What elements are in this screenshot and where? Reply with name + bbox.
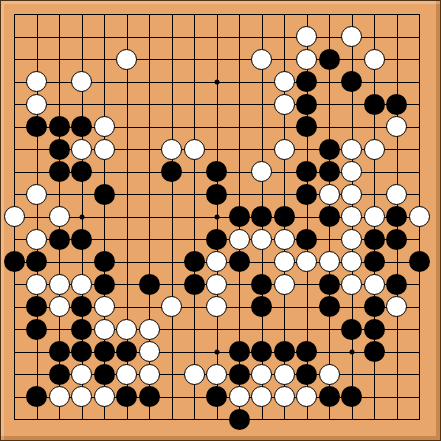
black-stone[interactable]: [49, 229, 70, 250]
white-stone[interactable]: [341, 139, 362, 160]
black-stone[interactable]: [49, 364, 70, 385]
white-stone[interactable]: [26, 71, 47, 92]
black-stone[interactable]: [206, 184, 227, 205]
white-stone[interactable]: [341, 161, 362, 182]
white-stone[interactable]: [319, 364, 340, 385]
white-stone[interactable]: [139, 319, 160, 340]
white-stone[interactable]: [94, 296, 115, 317]
white-stone[interactable]: [296, 49, 317, 70]
black-stone[interactable]: [94, 251, 115, 272]
white-stone[interactable]: [274, 386, 295, 407]
black-stone[interactable]: [274, 206, 295, 227]
white-stone[interactable]: [71, 386, 92, 407]
black-stone[interactable]: [274, 341, 295, 362]
white-stone[interactable]: [319, 251, 340, 272]
go-app: [0, 0, 441, 441]
black-stone[interactable]: [71, 229, 92, 250]
black-stone[interactable]: [49, 116, 70, 137]
black-stone[interactable]: [296, 116, 317, 137]
white-stone[interactable]: [341, 26, 362, 47]
white-stone[interactable]: [251, 161, 272, 182]
white-stone[interactable]: [341, 229, 362, 250]
black-stone[interactable]: [296, 184, 317, 205]
black-stone[interactable]: [206, 386, 227, 407]
black-stone[interactable]: [4, 251, 25, 272]
white-stone[interactable]: [184, 364, 205, 385]
black-stone[interactable]: [319, 161, 340, 182]
black-stone[interactable]: [49, 341, 70, 362]
black-stone[interactable]: [296, 161, 317, 182]
black-stone[interactable]: [71, 116, 92, 137]
black-stone[interactable]: [319, 139, 340, 160]
white-stone[interactable]: [94, 386, 115, 407]
white-stone[interactable]: [139, 364, 160, 385]
black-stone[interactable]: [26, 386, 47, 407]
black-stone[interactable]: [49, 161, 70, 182]
white-stone[interactable]: [49, 386, 70, 407]
white-stone[interactable]: [161, 296, 182, 317]
white-stone[interactable]: [26, 184, 47, 205]
white-stone[interactable]: [274, 251, 295, 272]
black-stone[interactable]: [319, 274, 340, 295]
white-stone[interactable]: [49, 296, 70, 317]
white-stone[interactable]: [49, 274, 70, 295]
black-stone[interactable]: [364, 251, 385, 272]
black-stone[interactable]: [26, 116, 47, 137]
white-stone[interactable]: [4, 206, 25, 227]
white-stone[interactable]: [94, 116, 115, 137]
white-stone[interactable]: [364, 206, 385, 227]
white-stone[interactable]: [251, 229, 272, 250]
white-stone[interactable]: [229, 229, 250, 250]
white-stone[interactable]: [206, 296, 227, 317]
black-stone[interactable]: [26, 296, 47, 317]
black-stone[interactable]: [71, 341, 92, 362]
black-stone[interactable]: [139, 386, 160, 407]
black-stone[interactable]: [161, 161, 182, 182]
white-stone[interactable]: [229, 386, 250, 407]
white-stone[interactable]: [386, 184, 407, 205]
black-stone[interactable]: [341, 386, 362, 407]
black-stone[interactable]: [116, 341, 137, 362]
white-stone[interactable]: [364, 49, 385, 70]
white-stone[interactable]: [26, 274, 47, 295]
black-stone[interactable]: [319, 386, 340, 407]
white-stone[interactable]: [206, 274, 227, 295]
board-stones-layer: [3, 3, 431, 431]
black-stone[interactable]: [71, 319, 92, 340]
black-stone[interactable]: [364, 94, 385, 115]
white-stone[interactable]: [94, 139, 115, 160]
black-stone[interactable]: [116, 386, 137, 407]
white-stone[interactable]: [274, 364, 295, 385]
white-stone[interactable]: [296, 26, 317, 47]
black-stone[interactable]: [206, 229, 227, 250]
black-stone[interactable]: [386, 274, 407, 295]
black-stone[interactable]: [229, 251, 250, 272]
go-board[interactable]: [0, 0, 441, 441]
white-stone[interactable]: [341, 206, 362, 227]
black-stone[interactable]: [229, 206, 250, 227]
black-stone[interactable]: [94, 184, 115, 205]
white-stone[interactable]: [409, 206, 430, 227]
white-stone[interactable]: [139, 341, 160, 362]
white-stone[interactable]: [206, 251, 227, 272]
black-stone[interactable]: [341, 319, 362, 340]
black-stone[interactable]: [386, 229, 407, 250]
black-stone[interactable]: [71, 296, 92, 317]
black-stone[interactable]: [251, 341, 272, 362]
white-stone[interactable]: [296, 251, 317, 272]
black-stone[interactable]: [364, 229, 385, 250]
black-stone[interactable]: [341, 71, 362, 92]
black-stone[interactable]: [26, 251, 47, 272]
black-stone[interactable]: [319, 296, 340, 317]
white-stone[interactable]: [274, 274, 295, 295]
white-stone[interactable]: [26, 229, 47, 250]
white-stone[interactable]: [161, 139, 182, 160]
white-stone[interactable]: [26, 94, 47, 115]
black-stone[interactable]: [319, 49, 340, 70]
white-stone[interactable]: [251, 49, 272, 70]
black-stone[interactable]: [184, 251, 205, 272]
white-stone[interactable]: [71, 139, 92, 160]
black-stone[interactable]: [94, 364, 115, 385]
black-stone[interactable]: [386, 94, 407, 115]
white-stone[interactable]: [274, 94, 295, 115]
black-stone[interactable]: [296, 229, 317, 250]
white-stone[interactable]: [116, 49, 137, 70]
white-stone[interactable]: [251, 364, 272, 385]
black-stone[interactable]: [94, 341, 115, 362]
black-stone[interactable]: [364, 341, 385, 362]
white-stone[interactable]: [386, 296, 407, 317]
white-stone[interactable]: [94, 319, 115, 340]
white-stone[interactable]: [364, 139, 385, 160]
black-stone[interactable]: [296, 71, 317, 92]
black-stone[interactable]: [296, 341, 317, 362]
white-stone[interactable]: [319, 184, 340, 205]
black-stone[interactable]: [206, 161, 227, 182]
black-stone[interactable]: [71, 161, 92, 182]
white-stone[interactable]: [71, 364, 92, 385]
black-stone[interactable]: [229, 341, 250, 362]
black-stone[interactable]: [386, 206, 407, 227]
white-stone[interactable]: [71, 274, 92, 295]
black-stone[interactable]: [94, 274, 115, 295]
white-stone[interactable]: [341, 274, 362, 295]
white-stone[interactable]: [49, 206, 70, 227]
white-stone[interactable]: [296, 386, 317, 407]
black-stone[interactable]: [409, 251, 430, 272]
white-stone[interactable]: [341, 184, 362, 205]
black-stone[interactable]: [251, 206, 272, 227]
white-stone[interactable]: [184, 139, 205, 160]
white-stone[interactable]: [116, 319, 137, 340]
black-stone[interactable]: [251, 296, 272, 317]
white-stone[interactable]: [116, 364, 137, 385]
white-stone[interactable]: [206, 364, 227, 385]
black-stone[interactable]: [296, 94, 317, 115]
white-stone[interactable]: [341, 251, 362, 272]
black-stone[interactable]: [251, 274, 272, 295]
black-stone[interactable]: [364, 296, 385, 317]
black-stone[interactable]: [184, 274, 205, 295]
white-stone[interactable]: [71, 71, 92, 92]
white-stone[interactable]: [274, 71, 295, 92]
white-stone[interactable]: [274, 139, 295, 160]
black-stone[interactable]: [229, 364, 250, 385]
white-stone[interactable]: [251, 386, 272, 407]
white-stone[interactable]: [274, 229, 295, 250]
white-stone[interactable]: [364, 274, 385, 295]
black-stone[interactable]: [296, 364, 317, 385]
black-stone[interactable]: [139, 274, 160, 295]
black-stone[interactable]: [364, 319, 385, 340]
black-stone[interactable]: [229, 409, 250, 430]
black-stone[interactable]: [319, 206, 340, 227]
black-stone[interactable]: [26, 319, 47, 340]
black-stone[interactable]: [49, 139, 70, 160]
white-stone[interactable]: [386, 116, 407, 137]
